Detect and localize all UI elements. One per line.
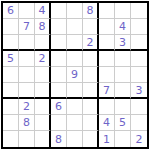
cell-r3c7-empty[interactable]	[99, 35, 115, 51]
cell-r2c4-empty[interactable]	[51, 19, 67, 35]
cell-r6c2-empty[interactable]	[19, 83, 35, 99]
cell-r4c5-empty[interactable]	[67, 51, 83, 67]
cell-r9c9-given: 2	[131, 131, 147, 147]
cell-r4c9-empty[interactable]	[131, 51, 147, 67]
cell-r9c5-empty[interactable]	[67, 131, 83, 147]
cell-r7c5-empty[interactable]	[67, 99, 83, 115]
cell-r1c6-given: 8	[83, 3, 99, 19]
cell-r4c6-empty[interactable]	[83, 51, 99, 67]
cell-r6c1-empty[interactable]	[3, 83, 19, 99]
cell-r7c9-empty[interactable]	[131, 99, 147, 115]
cell-r9c6-empty[interactable]	[83, 131, 99, 147]
cell-r6c4-empty[interactable]	[51, 83, 67, 99]
cell-r8c5-empty[interactable]	[67, 115, 83, 131]
cell-r1c5-empty[interactable]	[67, 3, 83, 19]
cell-r1c3-given: 4	[35, 3, 51, 19]
cell-r7c4-given: 6	[51, 99, 67, 115]
cell-r4c1-given: 5	[3, 51, 19, 67]
cell-r2c9-empty[interactable]	[131, 19, 147, 35]
cell-r8c4-empty[interactable]	[51, 115, 67, 131]
cell-r3c4-empty[interactable]	[51, 35, 67, 51]
sudoku-page: 648784235297326845812	[0, 0, 150, 150]
cell-r4c2-empty[interactable]	[19, 51, 35, 67]
cell-r3c1-empty[interactable]	[3, 35, 19, 51]
cell-r3c2-empty[interactable]	[19, 35, 35, 51]
cell-r7c7-empty[interactable]	[99, 99, 115, 115]
cell-r1c8-empty[interactable]	[115, 3, 131, 19]
cell-r8c9-empty[interactable]	[131, 115, 147, 131]
cell-r6c9-given: 3	[131, 83, 147, 99]
cell-r3c5-empty[interactable]	[67, 35, 83, 51]
cell-r3c3-empty[interactable]	[35, 35, 51, 51]
cell-r5c8-empty[interactable]	[115, 67, 131, 83]
cell-r9c1-empty[interactable]	[3, 131, 19, 147]
cell-r8c6-empty[interactable]	[83, 115, 99, 131]
cell-r7c8-empty[interactable]	[115, 99, 131, 115]
cell-r5c9-empty[interactable]	[131, 67, 147, 83]
sudoku-board: 648784235297326845812	[1, 1, 149, 149]
cell-r3c8-given: 3	[115, 35, 131, 51]
cell-r4c3-given: 2	[35, 51, 51, 67]
cell-r2c3-given: 8	[35, 19, 51, 35]
cell-r1c2-empty[interactable]	[19, 3, 35, 19]
cell-r9c4-given: 8	[51, 131, 67, 147]
cell-r8c1-empty[interactable]	[3, 115, 19, 131]
cell-r6c8-empty[interactable]	[115, 83, 131, 99]
cell-r1c7-empty[interactable]	[99, 3, 115, 19]
cell-r6c5-empty[interactable]	[67, 83, 83, 99]
cell-r2c7-empty[interactable]	[99, 19, 115, 35]
cell-r5c7-empty[interactable]	[99, 67, 115, 83]
cell-r4c8-empty[interactable]	[115, 51, 131, 67]
cell-r8c2-given: 8	[19, 115, 35, 131]
cell-r6c7-given: 7	[99, 83, 115, 99]
cell-r9c3-empty[interactable]	[35, 131, 51, 147]
cell-r1c4-empty[interactable]	[51, 3, 67, 19]
cell-r5c2-empty[interactable]	[19, 67, 35, 83]
cell-r9c2-empty[interactable]	[19, 131, 35, 147]
cell-r2c8-given: 4	[115, 19, 131, 35]
cell-r6c6-empty[interactable]	[83, 83, 99, 99]
cell-r2c5-empty[interactable]	[67, 19, 83, 35]
cell-r1c1-given: 6	[3, 3, 19, 19]
cell-r5c6-empty[interactable]	[83, 67, 99, 83]
cell-r3c6-given: 2	[83, 35, 99, 51]
cell-r4c4-empty[interactable]	[51, 51, 67, 67]
cell-r8c8-given: 5	[115, 115, 131, 131]
cell-r4c7-empty[interactable]	[99, 51, 115, 67]
cell-r2c6-empty[interactable]	[83, 19, 99, 35]
cell-r8c7-given: 4	[99, 115, 115, 131]
cell-r5c5-given: 9	[67, 67, 83, 83]
cell-r1c9-empty[interactable]	[131, 3, 147, 19]
cell-r7c6-empty[interactable]	[83, 99, 99, 115]
cell-r6c3-empty[interactable]	[35, 83, 51, 99]
cell-r9c8-empty[interactable]	[115, 131, 131, 147]
cell-r5c3-empty[interactable]	[35, 67, 51, 83]
cell-r7c3-empty[interactable]	[35, 99, 51, 115]
cell-r5c4-empty[interactable]	[51, 67, 67, 83]
cell-r2c1-empty[interactable]	[3, 19, 19, 35]
cell-r9c7-given: 1	[99, 131, 115, 147]
cell-r7c1-empty[interactable]	[3, 99, 19, 115]
cell-r2c2-given: 7	[19, 19, 35, 35]
cell-r5c1-empty[interactable]	[3, 67, 19, 83]
cell-r8c3-empty[interactable]	[35, 115, 51, 131]
cell-r7c2-given: 2	[19, 99, 35, 115]
cell-r3c9-empty[interactable]	[131, 35, 147, 51]
